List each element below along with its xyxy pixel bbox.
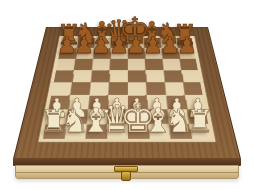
piece-h7[interactable]: ♟ (177, 34, 198, 57)
brass-latch-knob-icon (121, 171, 131, 181)
board-fold-seam (33, 82, 221, 83)
chess-set-photo: ♜ ♞ ♝ ♛ ♚ ♝ ♞ ♜ ♟ ♟ ♟ ♟ ♟ ♟ ♟ ♟ ♟ ♟ ♟ ♟ … (0, 0, 254, 190)
piece-h1[interactable]: ♜ (186, 106, 214, 137)
